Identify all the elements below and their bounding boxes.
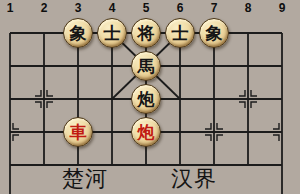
column-label: 1 (7, 2, 14, 15)
black-general-piece[interactable]: 将 (131, 18, 161, 48)
column-label: 4 (109, 2, 116, 15)
black-elephant-piece[interactable]: 象 (199, 18, 229, 48)
column-label: 8 (245, 2, 252, 15)
piece-layer: 象士将士象馬炮車炮 (0, 17, 299, 182)
black-advisor-piece[interactable]: 士 (165, 18, 195, 48)
black-elephant-piece[interactable]: 象 (63, 18, 93, 48)
black-horse-piece[interactable]: 馬 (131, 51, 161, 81)
red-chariot-piece[interactable]: 車 (63, 117, 93, 147)
column-label: 2 (41, 2, 48, 15)
xiangqi-board[interactable]: 123456789 楚河 汉界 象士将士象馬炮車炮 (0, 0, 300, 194)
black-cannon-piece[interactable]: 炮 (131, 84, 161, 114)
column-labels: 123456789 (0, 0, 300, 16)
column-label: 3 (75, 2, 82, 15)
column-label: 7 (211, 2, 218, 15)
black-advisor-piece[interactable]: 士 (97, 18, 127, 48)
column-label: 6 (177, 2, 184, 15)
column-label: 9 (279, 2, 286, 15)
column-label: 5 (143, 2, 150, 15)
red-cannon-piece[interactable]: 炮 (131, 117, 161, 147)
